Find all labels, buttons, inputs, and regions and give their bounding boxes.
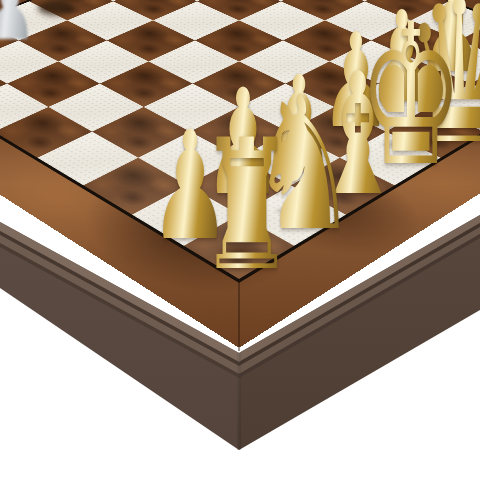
piece-shadow [325, 108, 374, 121]
piece-shadow [263, 202, 333, 221]
piece-shadow [320, 169, 384, 186]
piece-shadow [424, 54, 469, 66]
chess-set-product-photo: ♜♞♝♚♛♟♟♟♟♟♟♟ [0, 0, 480, 480]
piece-shadow [372, 84, 420, 97]
piece-shadow [207, 242, 275, 260]
piece-shadow [268, 151, 318, 164]
piece-shadow [209, 171, 264, 186]
piece-shadow [156, 216, 213, 231]
piece-shadow [368, 135, 442, 155]
burl-border-mitre-seam [238, 281, 240, 351]
piece-shadow [415, 112, 480, 132]
distant-blurred-piece [38, 0, 72, 15]
